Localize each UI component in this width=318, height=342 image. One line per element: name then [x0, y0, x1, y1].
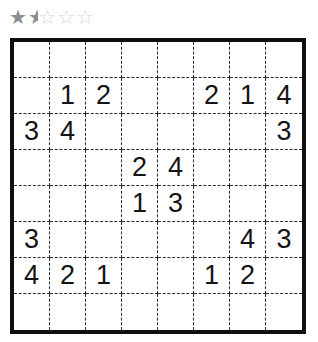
cell-r2c6[interactable]: 2	[194, 78, 230, 114]
cell-r8c2[interactable]	[50, 294, 86, 330]
cell-r6c2[interactable]	[50, 222, 86, 258]
cell-r3c1[interactable]: 3	[14, 114, 50, 150]
cell-r7c1[interactable]: 4	[14, 258, 50, 294]
cell-r6c8[interactable]: 3	[266, 222, 302, 258]
cell-r6c1[interactable]: 3	[14, 222, 50, 258]
cell-r4c5[interactable]: 4	[158, 150, 194, 186]
cell-r2c3[interactable]: 2	[86, 78, 122, 114]
cell-r6c7[interactable]: 4	[230, 222, 266, 258]
cell-r2c5[interactable]	[158, 78, 194, 114]
cell-r5c5[interactable]: 3	[158, 186, 194, 222]
puzzle-board: 12214343241334342112	[10, 38, 306, 334]
cell-r4c3[interactable]	[86, 150, 122, 186]
empty-star-icon: ☆	[38, 6, 57, 28]
puzzle-page: ★★☆☆☆ 12214343241334342112	[0, 0, 318, 342]
cell-r3c4[interactable]	[122, 114, 158, 150]
cell-r2c1[interactable]	[14, 78, 50, 114]
cell-r2c2[interactable]: 1	[50, 78, 86, 114]
cell-r1c5[interactable]	[158, 42, 194, 78]
difficulty-rating: ★★☆☆☆	[9, 6, 95, 28]
cell-r4c2[interactable]	[50, 150, 86, 186]
cell-r7c5[interactable]	[158, 258, 194, 294]
cell-r1c8[interactable]	[266, 42, 302, 78]
cell-r7c7[interactable]: 2	[230, 258, 266, 294]
empty-star-icon: ☆	[76, 6, 95, 28]
cell-r1c6[interactable]	[194, 42, 230, 78]
cell-r8c1[interactable]	[14, 294, 50, 330]
cell-r3c3[interactable]	[86, 114, 122, 150]
cell-r1c2[interactable]	[50, 42, 86, 78]
cell-r5c7[interactable]	[230, 186, 266, 222]
cell-r4c8[interactable]	[266, 150, 302, 186]
cell-r8c5[interactable]	[158, 294, 194, 330]
half-star-icon: ★	[28, 6, 38, 28]
cell-r5c1[interactable]	[14, 186, 50, 222]
cell-r2c4[interactable]	[122, 78, 158, 114]
cell-r4c6[interactable]	[194, 150, 230, 186]
cell-r7c3[interactable]: 1	[86, 258, 122, 294]
cell-r8c4[interactable]	[122, 294, 158, 330]
cell-r2c8[interactable]: 4	[266, 78, 302, 114]
cell-r3c2[interactable]: 4	[50, 114, 86, 150]
cell-r3c7[interactable]	[230, 114, 266, 150]
cell-r6c6[interactable]	[194, 222, 230, 258]
cell-r1c1[interactable]	[14, 42, 50, 78]
cell-r8c6[interactable]	[194, 294, 230, 330]
cell-r3c5[interactable]	[158, 114, 194, 150]
cell-r7c8[interactable]	[266, 258, 302, 294]
cell-r7c2[interactable]: 2	[50, 258, 86, 294]
cell-r5c6[interactable]	[194, 186, 230, 222]
cell-r5c2[interactable]	[50, 186, 86, 222]
cell-r1c4[interactable]	[122, 42, 158, 78]
cell-r4c1[interactable]	[14, 150, 50, 186]
cell-r5c3[interactable]	[86, 186, 122, 222]
cell-r1c7[interactable]	[230, 42, 266, 78]
cell-r6c5[interactable]	[158, 222, 194, 258]
cell-r6c3[interactable]	[86, 222, 122, 258]
cell-r7c6[interactable]: 1	[194, 258, 230, 294]
cell-r6c4[interactable]	[122, 222, 158, 258]
cell-r8c8[interactable]	[266, 294, 302, 330]
cell-r3c6[interactable]	[194, 114, 230, 150]
full-star-icon: ★	[9, 6, 28, 28]
empty-star-icon: ☆	[57, 6, 76, 28]
cell-r3c8[interactable]: 3	[266, 114, 302, 150]
cell-r5c8[interactable]	[266, 186, 302, 222]
cell-r7c4[interactable]	[122, 258, 158, 294]
cell-r8c7[interactable]	[230, 294, 266, 330]
cell-r1c3[interactable]	[86, 42, 122, 78]
cell-r5c4[interactable]: 1	[122, 186, 158, 222]
cell-r8c3[interactable]	[86, 294, 122, 330]
cell-r4c7[interactable]	[230, 150, 266, 186]
cell-r4c4[interactable]: 2	[122, 150, 158, 186]
cell-r2c7[interactable]: 1	[230, 78, 266, 114]
